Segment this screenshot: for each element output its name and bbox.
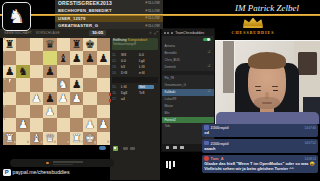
square-h3[interactable] [97,105,110,118]
move-number: 17. [112,97,120,101]
square-c5[interactable] [30,78,43,91]
blunder-marker [109,99,111,102]
black-move[interactable]: L:f3 [138,65,156,69]
square-g1[interactable]: g♚ [83,132,96,145]
black-move[interactable]: Lg4 [138,59,156,63]
member-row[interactable]: Greatmaster_G [162,82,214,89]
member-name: Lukas99 [165,96,177,103]
file-label: g [94,142,96,145]
square-b8[interactable] [16,38,29,51]
white-pawn-d3[interactable]: ♟ [45,106,55,117]
square-b2[interactable]: ♟ [16,118,29,131]
file-label: c [41,142,43,145]
square-g2[interactable]: ♟ [83,118,96,131]
square-e6[interactable] [57,65,70,78]
black-pawn-a6[interactable]: ♟ [5,66,15,77]
mouse-cursor [9,79,11,83]
rank-label: 4 [4,92,6,95]
square-a6[interactable]: 6♟ [3,65,16,78]
member-row[interactable]: Kalibaki+1 [162,89,214,96]
webcam-video [215,40,320,124]
tab-suggestions[interactable]: VORSCHLÄGE [36,31,60,35]
member-row[interactable]: Chris_BLN [162,57,214,64]
black-pawn-g7[interactable]: ♟ [85,53,95,64]
black-rook-a8[interactable]: ♜ [5,39,15,50]
rank-label: 2 [4,119,6,122]
window-button-icon[interactable] [180,146,184,150]
member-badge: +1 [208,89,211,96]
tab-community[interactable]: GEMEINSCHAFT [4,31,32,35]
square-f2[interactable] [70,118,83,131]
follow-button[interactable]: FOLLOW [146,16,160,20]
avatar [204,141,209,146]
chat-text: aaach [204,147,316,152]
square-g5[interactable] [83,78,96,91]
status-toast [10,159,114,167]
member-row[interactable]: Dominik+1 [162,64,214,71]
member-badge: +1 [208,64,211,71]
move-list-panel: ⌕ ⤢ Eröffnung: Königsindisch Vierbauerna… [110,29,160,180]
square-e5[interactable]: ♞ [57,78,70,91]
online-toggle[interactable] [203,38,211,42]
white-move[interactable]: 0-0 [120,59,138,63]
square-e2[interactable] [57,118,70,131]
square-b6[interactable]: ♞ [16,65,29,78]
square-d8[interactable]: ♛ [43,38,56,51]
window-button-icon[interactable] [173,146,177,150]
search-icon[interactable]: ⌕ [149,31,152,36]
white-move[interactable]: L:f4 [120,85,138,89]
black-knight-b6[interactable]: ♞ [18,66,28,77]
opening-variation: Vierbauernangriff [113,43,156,47]
white-move[interactable]: Dg3 [120,91,138,95]
buddies-window-title: TeamChessbuddies [175,31,204,35]
white-pawn-f4[interactable]: ♟ [72,93,82,104]
square-c8[interactable] [30,38,43,51]
black-move[interactable]: Tc8 [138,91,156,95]
black-move[interactable]: e:f4 [138,71,156,75]
square-f6[interactable] [70,65,83,78]
square-g3[interactable] [83,105,96,118]
white-pawn-g2[interactable]: ♟ [85,119,95,130]
square-b7[interactable] [16,51,29,64]
file-label: a [14,142,16,145]
background-clothes [298,52,317,75]
square-b3[interactable] [16,105,29,118]
chat-username[interactable]: 2300rapid [211,141,229,146]
black-pawn-f5[interactable]: ♟ [72,79,82,90]
square-g8[interactable]: ♚ [83,38,96,51]
square-e8[interactable] [57,38,70,51]
member-row[interactable]: PatrickZ [162,117,214,124]
square-f7[interactable]: ♟ [70,51,83,64]
square-h2[interactable]: ♟ [97,118,110,131]
square-c2[interactable] [30,118,43,131]
window-icon [167,32,169,34]
member-row[interactable]: Flo_98 [162,75,214,82]
member-name: Benedikt [165,50,177,57]
follow-button[interactable]: FOLLOW [146,9,160,13]
black-king-g8[interactable]: ♚ [85,39,95,50]
square-h6[interactable] [97,65,110,78]
black-move[interactable]: Sb6 [138,85,154,89]
streamer-shirt [216,112,319,124]
crown-icon [243,18,263,27]
background-door [223,41,234,93]
audio-bar-icon [173,161,175,167]
black-bishop-e7[interactable]: ♝ [58,53,68,64]
square-e4[interactable]: ♟ [57,92,70,105]
chess-board[interactable]: 8♜♛♜♚7♝♟♟♟6♟♞♟5♞♟4♟♟♟♟3♟2♟♟♟1a♜bc♝d♛ef♜g… [3,38,110,145]
window-icon [171,32,173,34]
square-c4[interactable]: ♟ [30,92,43,105]
square-e1[interactable]: e [57,132,70,145]
rank-label: 5 [4,79,6,82]
buddies-window-titlebar[interactable]: TeamChessbuddies [162,29,214,36]
chat-timestamp: 14:08:14 [305,157,316,161]
square-g6[interactable] [83,65,96,78]
file-label: h [108,142,110,145]
square-g7[interactable]: ♟ [83,51,96,64]
audio-bar-icon [169,161,171,169]
analysis-icon[interactable] [113,146,118,151]
white-move[interactable]: Sf3 [120,53,138,57]
opening-banner: Eröffnung: Königsindisch Vierbauernangri… [112,38,158,50]
square-d3[interactable]: ♟ [43,105,56,118]
move-number: 12. [112,59,120,63]
move-row: 17.a4 [112,96,158,102]
follower-row: GREATMASTER_GFOLLOW [55,22,163,29]
black-move[interactable]: 0-0 [138,53,156,57]
member-name: Greatmaster_G [165,82,186,89]
rank-label: 3 [4,106,6,109]
member-name: Flo_98 [165,75,174,82]
follower-name: ORESTISGREEK2013 [58,0,112,6]
rank-label: 6 [4,65,6,68]
rank-label: 1 [4,132,6,135]
follower-name: GREATMASTER_G [58,23,98,28]
square-c1[interactable]: c♝ [30,132,43,145]
rank-label: 8 [4,39,6,42]
square-a8[interactable]: 8♜ [3,38,16,51]
donation-link[interactable]: P paypal.me/chessbuddies [3,169,70,177]
channel-logo: ♞ [2,2,31,31]
square-e7[interactable]: ♝ [57,51,70,64]
member-name: Dominik [165,64,176,71]
member-name: Chris_BLN [165,57,180,64]
blunder-marker [109,93,111,96]
member-name: Miri [165,110,170,117]
white-pawn-c4[interactable]: ♟ [32,93,42,104]
square-f5[interactable]: ♟ [70,78,83,91]
black-pawn-f7[interactable]: ♟ [72,53,82,64]
square-e3[interactable] [57,105,70,118]
square-b4[interactable] [16,92,29,105]
member-name: Matze [165,103,173,110]
black-pawn-d6[interactable]: ♟ [45,66,55,77]
black-rook-f8[interactable]: ♜ [72,39,82,50]
crown-icon-base [243,26,263,28]
black-pawn-d4[interactable]: ♟ [45,93,55,104]
follower-name: BECHHOFEN_BENEDIKT [58,8,112,13]
paypal-url[interactable]: paypal.me/chessbuddies [13,169,70,175]
square-d1[interactable]: d♛ [43,132,56,145]
file-label: b [27,142,29,145]
square-b1[interactable]: b [16,132,29,145]
expand-icon[interactable]: ⤢ [154,31,158,36]
square-h7[interactable]: ♟ [97,51,110,64]
member-name: Tobi [165,123,171,130]
black-queen-d8[interactable]: ♛ [45,39,55,50]
white-move[interactable]: h3 [120,65,138,69]
square-d5[interactable] [43,78,56,91]
square-f4[interactable]: ♟ [70,92,83,105]
white-knight-e5[interactable]: ♞ [58,79,68,90]
member-row[interactable]: Matze [162,103,214,110]
chat-message: 2300rapid14:07:40xd [202,124,318,138]
stream-screen: ♞ ORESTISGREEK2013FOLLOWBECHHOFEN_BENEDI… [0,0,320,180]
square-a1[interactable]: 1a♜ [3,132,16,145]
audio-bar-icon [166,161,168,168]
member-list: AntoniaBenedikt+1Chris_BLNDominik+1Flo_9… [162,43,214,130]
square-d7[interactable] [43,51,56,64]
move-number: 14. [112,71,120,75]
move-number: 13. [112,65,120,69]
move-number: 11. [112,53,120,57]
move-number: 15. [112,85,120,89]
white-move[interactable]: a4 [120,97,138,101]
square-f1[interactable]: f♜ [70,132,83,145]
member-badge: +1 [208,50,211,57]
chat-message: Tom_A14:08:14Glaube das hieß "Wenn T im … [202,155,318,174]
follower-name: USER_12579 [58,16,86,21]
paypal-icon: P [3,169,11,177]
member-row[interactable]: Lukas99 [162,96,214,103]
square-a2[interactable]: 2 [3,118,16,131]
file-label: d [54,142,56,145]
square-c3[interactable] [30,105,43,118]
member-name: PatrickZ [165,117,176,124]
square-d6[interactable]: ♟ [43,65,56,78]
follow-button[interactable]: FOLLOW [146,1,160,5]
square-a4[interactable]: 4 [3,92,16,105]
move-row: 14.D:f3e:f4 [112,70,158,76]
follower-row: BECHHOFEN_BENEDIKTFOLLOW [55,7,163,14]
square-d2[interactable] [43,118,56,131]
live-badge [99,146,107,150]
member-row[interactable]: Miri [162,110,214,117]
square-c7[interactable] [30,51,43,64]
member-row[interactable]: Antonia [162,43,214,50]
knight-icon: ♞ [8,7,25,26]
chat-message: 2300rapid14:07:52aaach [202,139,318,153]
streamer-title: IM Patrick Zelbel [214,2,320,14]
white-rook-f1[interactable]: ♜ [72,133,82,144]
white-pawn-e4[interactable]: ♟ [58,93,68,104]
square-f3[interactable] [70,105,83,118]
move-list[interactable]: 11.Sf30-012.0-0Lg413.h3L:f314.D:f3e:f415… [112,52,158,102]
chat-panel[interactable]: 2300rapid14:07:40xd2300rapid14:07:52aaac… [200,124,320,181]
follower-list: ORESTISGREEK2013FOLLOWBECHHOFEN_BENEDIKT… [55,0,163,30]
white-move[interactable]: D:f3 [120,71,138,75]
square-c6[interactable] [30,65,43,78]
rank-label: 7 [4,52,6,55]
member-name: Antonia [165,43,176,50]
square-g4[interactable] [83,92,96,105]
white-pawn-b2[interactable]: ♟ [18,119,28,130]
file-label: e [68,142,70,145]
window-icon [164,32,166,34]
follower-row: ORESTISGREEK2013FOLLOW [55,0,163,7]
square-h5[interactable] [97,78,110,91]
chat-text: xd [204,131,316,136]
recording-dot-icon [46,162,49,165]
square-a7[interactable]: 7 [3,51,16,64]
chat-timestamp: 14:07:40 [305,126,316,130]
square-h8[interactable] [97,38,110,51]
square-d4[interactable]: ♟ [43,92,56,105]
chat-timestamp: 14:07:52 [305,141,316,145]
game-clock: 10:05 [89,30,106,36]
square-h1[interactable]: h [97,132,110,145]
square-b5[interactable] [16,78,29,91]
move-list-divider [112,77,158,83]
window-button-icon[interactable] [166,146,170,150]
black-pawn-h7[interactable]: ♟ [98,53,108,64]
brand-name: CHESSBUDDIES [208,30,298,35]
follow-button[interactable]: FOLLOW [146,24,160,28]
chat-username[interactable]: 2300rapid [211,125,229,130]
square-a3[interactable]: 3 [3,105,16,118]
member-row[interactable]: Benedikt+1 [162,50,214,57]
follower-row: USER_12579FOLLOW [55,15,163,22]
square-f8[interactable]: ♜ [70,38,83,51]
white-pawn-h2[interactable]: ♟ [98,119,108,130]
member-name: Kalibaki [165,89,176,96]
chat-text: Glaube das hieß "Wenn T im OpenModus" od… [204,162,316,172]
move-number: 16. [112,91,120,95]
